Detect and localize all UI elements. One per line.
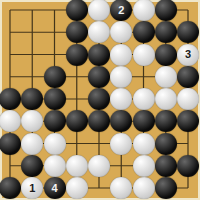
stone-black — [155, 0, 177, 21]
stone-white — [66, 177, 88, 199]
stone-black — [66, 110, 88, 132]
stone-white — [44, 133, 66, 155]
move-number-label: 1 — [29, 183, 35, 194]
stone-black — [0, 88, 21, 110]
go-board[interactable]: 2314 — [0, 0, 200, 200]
stone-black — [0, 177, 21, 199]
stone-white — [88, 0, 110, 21]
stone-white — [177, 88, 199, 110]
stone-black — [133, 21, 155, 43]
stone-black — [155, 44, 177, 66]
stone-black — [66, 44, 88, 66]
stone-white — [133, 177, 155, 199]
stone-white — [133, 44, 155, 66]
stone-white — [88, 155, 110, 177]
stone-white — [133, 0, 155, 21]
stone-black — [21, 155, 43, 177]
stone-black — [155, 133, 177, 155]
stone-white — [110, 133, 132, 155]
move-number-label: 2 — [118, 5, 124, 16]
stone-black — [177, 155, 199, 177]
stone-black — [155, 21, 177, 43]
stone-black: 4 — [44, 177, 66, 199]
stone-white — [133, 88, 155, 110]
stone-black — [155, 155, 177, 177]
stone-black — [0, 133, 21, 155]
stone-black — [133, 110, 155, 132]
stone-white: 3 — [177, 44, 199, 66]
stone-black — [66, 0, 88, 21]
stone-white — [155, 66, 177, 88]
move-number-label: 3 — [185, 49, 191, 60]
stone-black — [155, 177, 177, 199]
stone-black — [66, 21, 88, 43]
stone-white — [155, 88, 177, 110]
stone-white — [133, 133, 155, 155]
stone-black — [44, 66, 66, 88]
stone-white — [21, 133, 43, 155]
stone-black — [177, 66, 199, 88]
stone-black — [44, 88, 66, 110]
move-number-label: 4 — [51, 183, 57, 194]
stone-white — [133, 155, 155, 177]
stone-white — [110, 44, 132, 66]
stone-black — [44, 110, 66, 132]
stone-black — [88, 44, 110, 66]
stone-white — [110, 66, 132, 88]
stone-white — [66, 155, 88, 177]
stone-black — [88, 66, 110, 88]
stone-black — [155, 110, 177, 132]
stone-black — [88, 88, 110, 110]
stone-white — [44, 155, 66, 177]
